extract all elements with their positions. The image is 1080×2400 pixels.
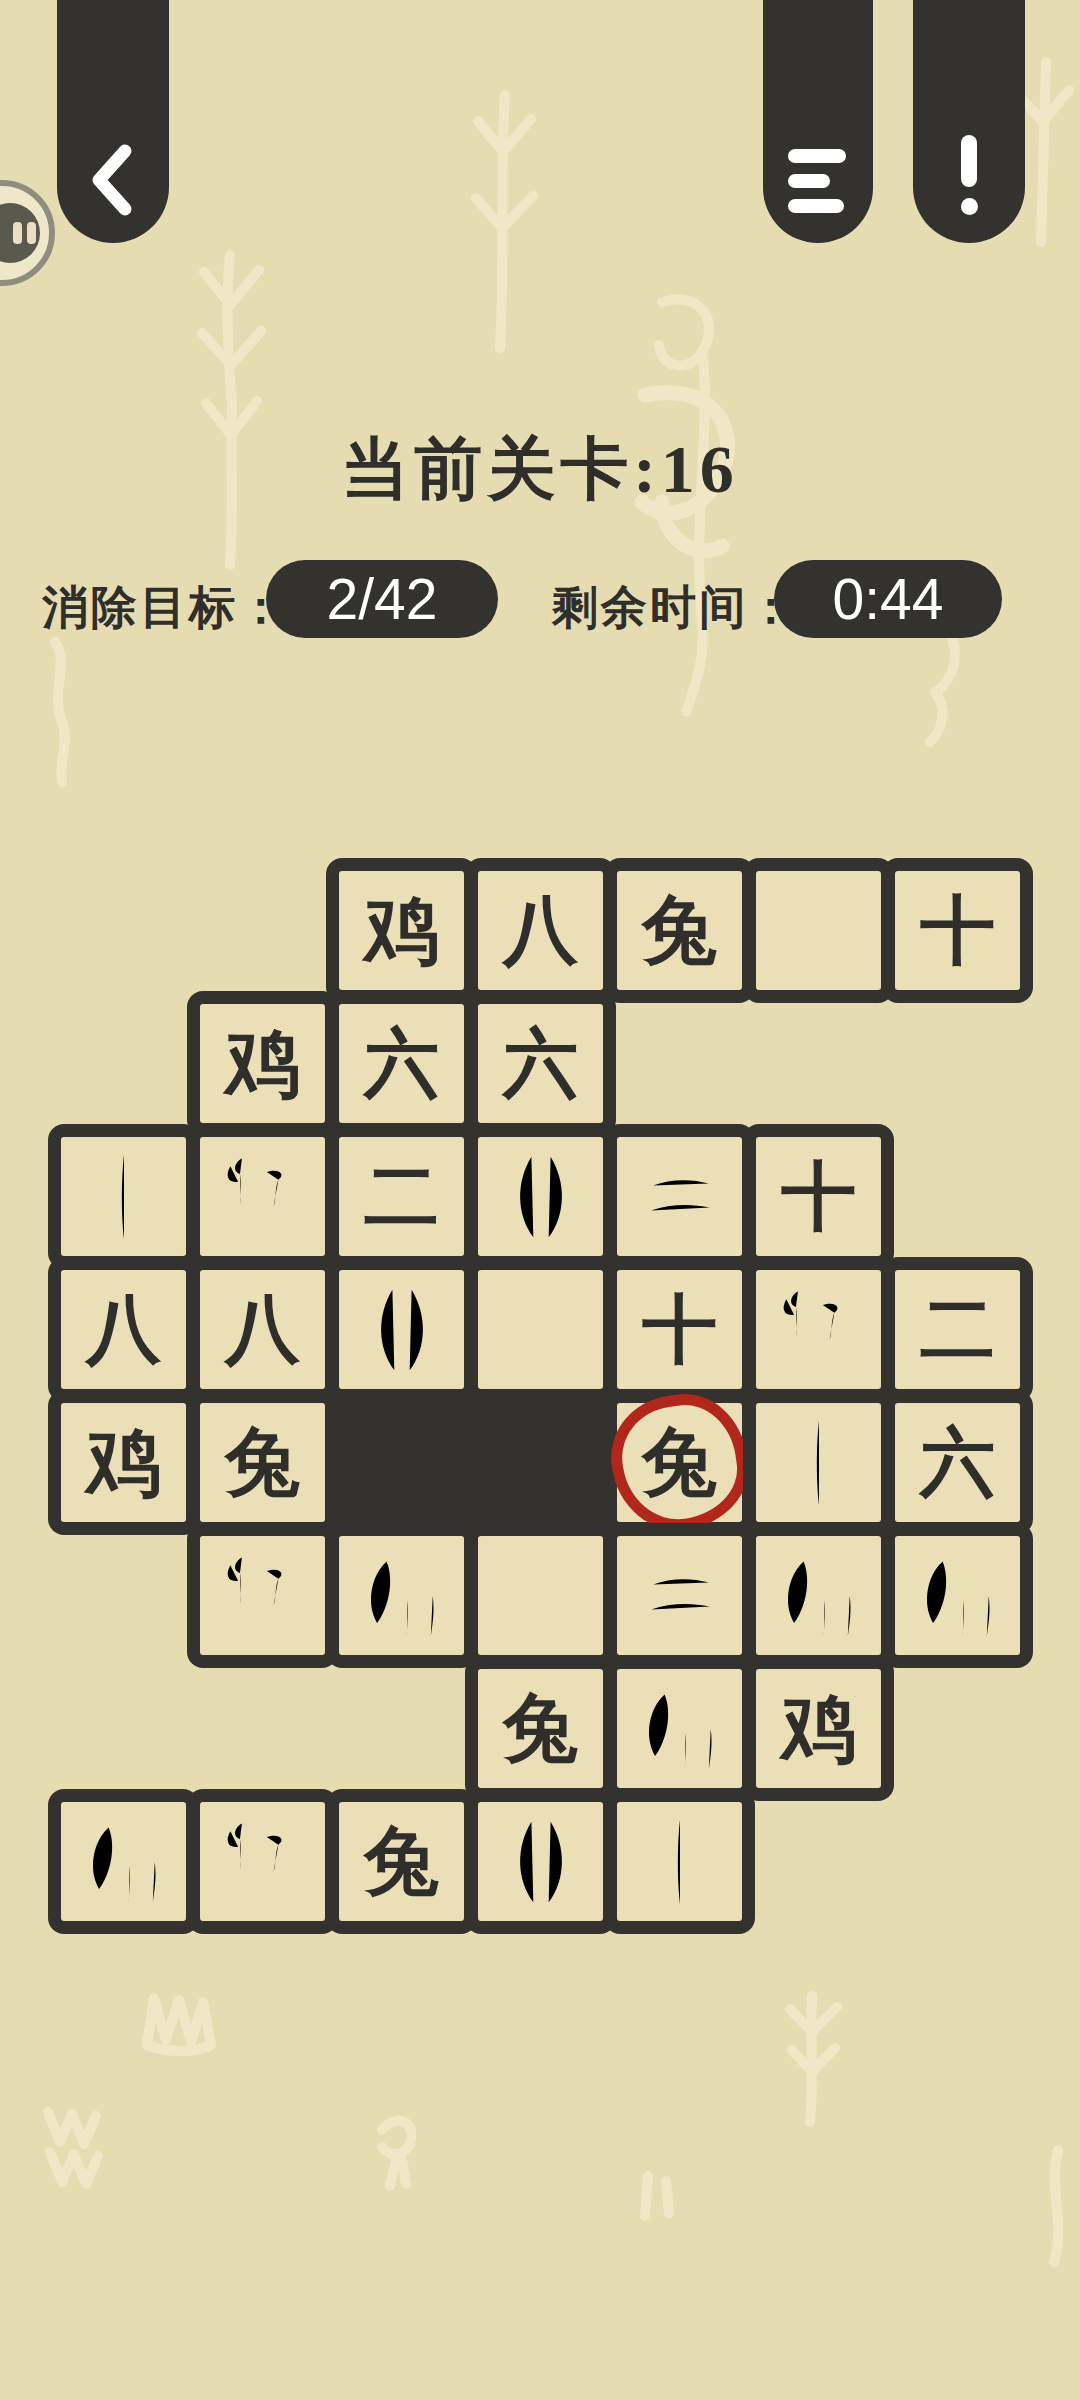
tile-ten-oracle[interactable]	[610, 1795, 749, 1928]
tile-character: 鸡	[86, 1425, 161, 1500]
tile-chicken-oracle[interactable]	[193, 1529, 332, 1662]
tile-ten-oracle[interactable]	[749, 1396, 888, 1529]
tile-chicken-modern[interactable]: 鸡	[332, 864, 471, 997]
tile-rabbit-oracle[interactable]	[749, 1529, 888, 1662]
oracle-rabbit	[771, 1548, 867, 1644]
menu-icon	[788, 138, 848, 213]
oracle-two	[632, 1548, 728, 1644]
tile-character: 鸡	[225, 1026, 300, 1101]
tile-six-oracle[interactable]	[749, 864, 888, 997]
tile-ten-modern[interactable]: 十	[888, 864, 1027, 997]
tile-character: 十	[781, 1159, 856, 1234]
menu-button[interactable]	[763, 0, 873, 243]
tile-character: 六	[920, 1425, 995, 1500]
oracle-six	[493, 1282, 589, 1378]
oracle-eight	[354, 1282, 450, 1378]
tile-character: 鸡	[781, 1691, 856, 1766]
goal-label: 消除目标：	[42, 577, 287, 639]
oracle-chicken	[771, 1282, 867, 1378]
tile-rabbit-modern[interactable]: 兔	[471, 1662, 610, 1795]
tile-character: 兔	[364, 1824, 439, 1899]
selection-circle	[603, 1386, 755, 1538]
oracle-ten	[632, 1814, 728, 1910]
tile-character: 八	[86, 1292, 161, 1367]
tile-character: 二	[920, 1292, 995, 1367]
goal-value-pill: 2/42	[266, 560, 498, 638]
tile-eight-oracle[interactable]	[471, 1130, 610, 1263]
game-screen: 当前关卡:16 消除目标： 2/42 剩余时间： 0:44 鸡八兔十鸡六六二十八…	[0, 0, 1080, 2400]
tile-ten-modern[interactable]: 十	[610, 1263, 749, 1396]
tile-six-oracle[interactable]	[471, 1263, 610, 1396]
time-label: 剩余时间：	[552, 577, 797, 639]
tile-two-oracle[interactable]	[610, 1529, 749, 1662]
board: 鸡八兔十鸡六六二十八八十二鸡兔兔六兔鸡兔	[54, 864, 1027, 1928]
goal-value: 2/42	[327, 566, 438, 632]
tile-character: 鸡	[364, 893, 439, 968]
oracle-rabbit	[632, 1681, 728, 1777]
tile-character: 八	[225, 1292, 300, 1367]
oracle-chicken	[215, 1814, 311, 1910]
tile-rabbit-oracle[interactable]	[54, 1795, 193, 1928]
pause-icon	[13, 222, 22, 244]
tile-character: 八	[503, 893, 578, 968]
oracle-six	[493, 1548, 589, 1644]
chevron-left-icon	[87, 143, 139, 217]
tile-rabbit-modern[interactable]: 兔	[610, 864, 749, 997]
back-button[interactable]	[57, 0, 169, 243]
tile-character: 二	[364, 1159, 439, 1234]
oracle-six	[771, 883, 867, 979]
oracle-ten	[771, 1415, 867, 1511]
tile-chicken-oracle[interactable]	[749, 1263, 888, 1396]
tile-eight-modern[interactable]: 八	[471, 864, 610, 997]
tile-character: 十	[920, 893, 995, 968]
floating-pause-button[interactable]	[0, 178, 64, 288]
exclamation-icon	[961, 135, 978, 215]
time-value: 0:44	[833, 566, 944, 632]
oracle-chicken	[215, 1548, 311, 1644]
tile-ten-oracle[interactable]	[54, 1130, 193, 1263]
oracle-rabbit	[910, 1548, 1006, 1644]
tile-six-modern[interactable]: 六	[888, 1396, 1027, 1529]
tile-character: 兔	[642, 893, 717, 968]
tile-character: 兔	[503, 1691, 578, 1766]
tile-two-modern[interactable]: 二	[332, 1130, 471, 1263]
tile-rabbit-oracle[interactable]	[332, 1529, 471, 1662]
tile-two-modern[interactable]: 二	[888, 1263, 1027, 1396]
tile-rabbit-modern[interactable]: 兔	[193, 1396, 332, 1529]
alert-button[interactable]	[913, 0, 1025, 243]
tile-six-modern[interactable]: 六	[471, 997, 610, 1130]
tile-eight-oracle[interactable]	[332, 1263, 471, 1396]
tile-chicken-oracle[interactable]	[193, 1130, 332, 1263]
tile-eight-modern[interactable]: 八	[54, 1263, 193, 1396]
oracle-rabbit	[354, 1548, 450, 1644]
oracle-two	[632, 1149, 728, 1245]
tile-eight-oracle[interactable]	[471, 1795, 610, 1928]
tile-rabbit-oracle[interactable]	[610, 1662, 749, 1795]
blocked-cell	[332, 1396, 610, 1529]
tile-character: 兔	[225, 1425, 300, 1500]
tile-two-oracle[interactable]	[610, 1130, 749, 1263]
tile-rabbit-modern[interactable]: 兔	[332, 1795, 471, 1928]
tile-rabbit-modern[interactable]: 兔	[610, 1396, 749, 1529]
tile-six-modern[interactable]: 六	[332, 997, 471, 1130]
oracle-eight	[493, 1149, 589, 1245]
tile-eight-modern[interactable]: 八	[193, 1263, 332, 1396]
tile-ten-modern[interactable]: 十	[749, 1130, 888, 1263]
oracle-rabbit	[76, 1814, 172, 1910]
tile-character: 六	[503, 1026, 578, 1101]
time-value-pill: 0:44	[774, 560, 1002, 638]
oracle-eight	[493, 1814, 589, 1910]
level-title: 当前关卡:16	[0, 424, 1080, 515]
tile-six-oracle[interactable]	[471, 1529, 610, 1662]
tile-chicken-oracle[interactable]	[193, 1795, 332, 1928]
tile-chicken-modern[interactable]: 鸡	[54, 1396, 193, 1529]
tile-chicken-modern[interactable]: 鸡	[193, 997, 332, 1130]
pause-icon	[27, 222, 36, 244]
tile-chicken-modern[interactable]: 鸡	[749, 1662, 888, 1795]
tile-character: 六	[364, 1026, 439, 1101]
oracle-chicken	[215, 1149, 311, 1245]
oracle-ten	[76, 1149, 172, 1245]
tile-rabbit-oracle[interactable]	[888, 1529, 1027, 1662]
tile-character: 十	[642, 1292, 717, 1367]
